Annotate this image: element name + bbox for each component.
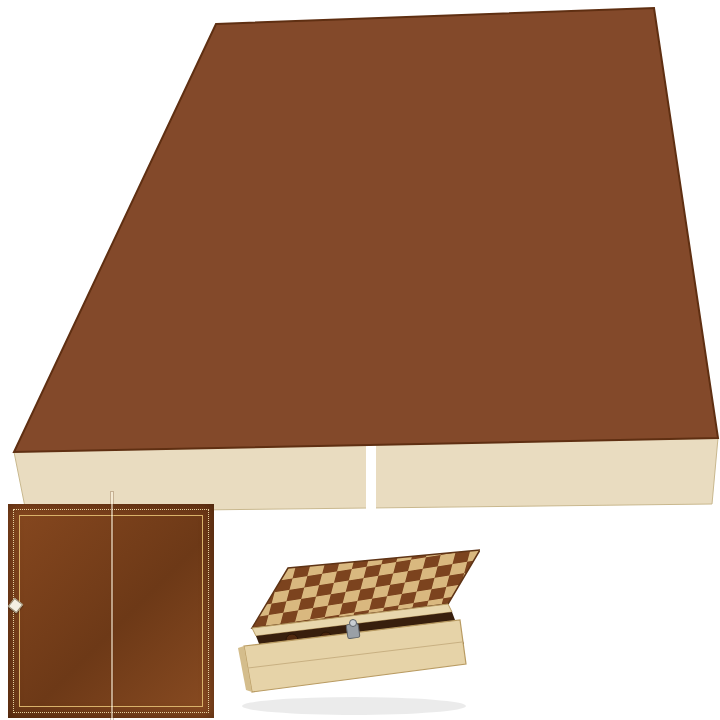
product-photo-canvas — [0, 0, 720, 720]
board-frame — [14, 8, 718, 452]
box-shadow — [242, 697, 466, 715]
checkers-thumbnail — [8, 504, 214, 718]
main-chess-board-photo — [0, 0, 720, 522]
checkers-fold-seam — [111, 492, 113, 720]
storage-box-thumbnail — [222, 524, 480, 720]
backgammon-thumbnail — [498, 506, 720, 718]
board-halves-gap — [366, 434, 376, 518]
box-clasp-glint — [350, 620, 357, 627]
